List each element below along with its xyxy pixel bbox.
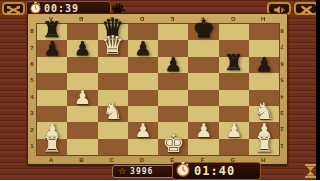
coordinate-label: D — [127, 155, 157, 164]
coordinate-label: 7 — [28, 39, 36, 55]
rank-labels-left: 87654321 — [28, 23, 36, 154]
piece-white-pawn-b4[interactable]: ♟ — [67, 88, 97, 107]
piece-white-rook-a1[interactable]: ♜ — [37, 134, 67, 156]
piece-white-pawn-d2[interactable]: ♟ — [128, 121, 158, 140]
coordinate-label: G — [218, 15, 248, 23]
coordinate-label: 3 — [28, 105, 36, 121]
opponent-timer: 01:40 — [194, 164, 235, 178]
coordinate-label: B — [66, 15, 96, 23]
close-x-icon — [301, 0, 312, 18]
stopwatch-icon — [176, 162, 190, 181]
file-labels-top: ABCDEFGH — [36, 15, 278, 23]
chess-board: ABCDEFGH ABCDEFGH 87654321 87654321 ♜♛♚♟… — [27, 13, 288, 165]
piece-white-rook-h1[interactable]: ♜ — [249, 134, 279, 156]
board-squares-area: ♜♛♚♟♟♛♟♟♜♟♟♞♞♟♟♟♟♟♜♚♜ — [36, 23, 280, 156]
coordinate-label: 4 — [28, 89, 36, 105]
game-stage: 00:39 — [0, 0, 320, 180]
screen-edge — [316, 0, 320, 180]
coordinate-label: 5 — [28, 72, 36, 88]
piece-black-pawn-a7[interactable]: ♟ — [37, 39, 67, 58]
close-button[interactable] — [294, 2, 318, 15]
piece-black-king-f8[interactable]: ♚ — [189, 16, 219, 41]
coordinate-label: E — [157, 15, 187, 23]
piece-black-pawn-e6[interactable]: ♟ — [158, 55, 188, 74]
fullscreen-arrows-icon — [7, 0, 20, 18]
star-icon: ☆ — [118, 167, 126, 176]
piece-white-queen-c7[interactable]: ♛ — [98, 32, 128, 58]
piece-black-pawn-b7[interactable]: ♟ — [67, 39, 97, 58]
coordinate-label: 6 — [28, 56, 36, 72]
piece-white-king-e1[interactable]: ♚ — [158, 131, 188, 156]
coordinate-label: C — [97, 155, 127, 164]
piece-white-pawn-f2[interactable]: ♟ — [189, 121, 219, 140]
opponent-timer-panel: 01:40 — [172, 162, 261, 180]
fullscreen-button[interactable] — [2, 2, 25, 15]
coordinate-label: 8 — [28, 23, 36, 39]
score-panel: ☆ 3996 — [112, 165, 176, 178]
coordinate-label: D — [127, 15, 157, 23]
piece-black-pawn-d7[interactable]: ♟ — [128, 39, 158, 58]
pieces-layer: ♜♛♚♟♟♛♟♟♜♟♟♞♞♟♟♟♟♟♜♚♜ — [37, 24, 279, 155]
piece-black-pawn-h6[interactable]: ♟ — [249, 55, 279, 74]
score-value: 3996 — [130, 167, 153, 176]
coordinate-label: H — [248, 15, 278, 23]
coordinate-label: B — [66, 155, 96, 164]
piece-black-rook-g6[interactable]: ♜ — [219, 52, 249, 74]
piece-white-pawn-g2[interactable]: ♟ — [219, 121, 249, 140]
coordinate-label: 1 — [28, 138, 36, 154]
coordinate-label: 2 — [28, 121, 36, 137]
piece-white-knight-c3[interactable]: ♞ — [98, 100, 128, 123]
